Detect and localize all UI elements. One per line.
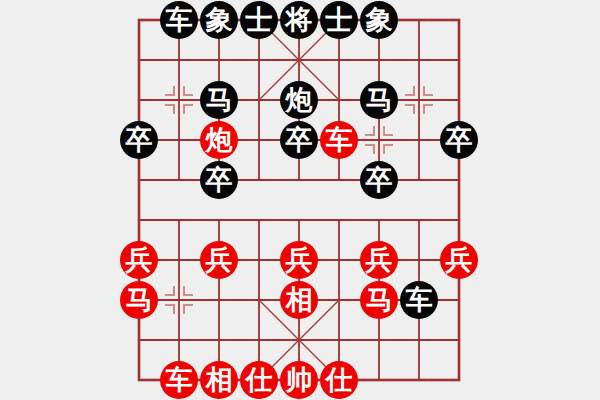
piece-red-pawn[interactable]: 兵 <box>200 241 238 279</box>
piece-red-rook[interactable]: 车 <box>320 121 358 159</box>
piece-red-advisor[interactable]: 仕 <box>320 361 358 399</box>
piece-black-king[interactable]: 将 <box>280 1 318 39</box>
piece-red-pawn[interactable]: 兵 <box>120 241 158 279</box>
piece-black-pawn[interactable]: 卒 <box>120 121 158 159</box>
piece-red-pawn[interactable]: 兵 <box>360 241 398 279</box>
piece-red-pawn[interactable]: 兵 <box>440 241 478 279</box>
pieces-layer: 车象士将士象马炮马卒炮卒车卒卒卒兵兵兵兵兵马相马车车相仕帅仕 <box>0 0 600 400</box>
piece-black-horse[interactable]: 马 <box>360 81 398 119</box>
piece-black-horse[interactable]: 马 <box>200 81 238 119</box>
piece-red-elephant[interactable]: 相 <box>200 361 238 399</box>
piece-black-rook[interactable]: 车 <box>400 281 438 319</box>
piece-red-horse[interactable]: 马 <box>360 281 398 319</box>
piece-red-cannon[interactable]: 炮 <box>200 121 238 159</box>
piece-red-horse[interactable]: 马 <box>120 281 158 319</box>
piece-black-elephant[interactable]: 象 <box>200 1 238 39</box>
piece-red-king[interactable]: 帅 <box>280 361 318 399</box>
piece-red-pawn[interactable]: 兵 <box>280 241 318 279</box>
piece-black-cannon[interactable]: 炮 <box>280 81 318 119</box>
piece-black-pawn[interactable]: 卒 <box>440 121 478 159</box>
piece-red-advisor[interactable]: 仕 <box>240 361 278 399</box>
piece-black-pawn[interactable]: 卒 <box>360 161 398 199</box>
piece-red-rook[interactable]: 车 <box>160 361 198 399</box>
piece-black-pawn[interactable]: 卒 <box>280 121 318 159</box>
board-container: 车象士将士象马炮马卒炮卒车卒卒卒兵兵兵兵兵马相马车车相仕帅仕 <box>0 0 600 400</box>
piece-black-rook[interactable]: 车 <box>160 1 198 39</box>
piece-red-elephant[interactable]: 相 <box>280 281 318 319</box>
piece-black-advisor[interactable]: 士 <box>240 1 278 39</box>
piece-black-pawn[interactable]: 卒 <box>200 161 238 199</box>
piece-black-advisor[interactable]: 士 <box>320 1 358 39</box>
piece-black-elephant[interactable]: 象 <box>360 1 398 39</box>
